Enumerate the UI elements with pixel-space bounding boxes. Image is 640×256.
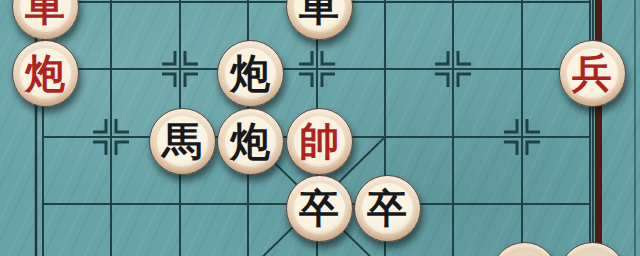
xiangqi-board: 車車炮炮兵馬炮帥卒卒 [0,0,640,256]
point-marker [322,74,335,87]
piece-red-soldier-i7[interactable]: 兵 [559,40,626,107]
point-marker [527,119,540,132]
point-marker [435,74,448,87]
point-marker [299,74,312,87]
piece-glyph: 卒 [367,188,407,228]
piece-red-cannon-a7[interactable]: 炮 [12,40,79,107]
piece-glyph: 車 [299,0,339,26]
piece-red-general-e8[interactable]: 帥 [286,108,353,175]
point-marker [185,74,198,87]
point-marker [185,51,198,64]
point-marker [504,119,517,132]
piece-black-soldier-e9[interactable]: 卒 [286,175,353,242]
point-marker [93,119,106,132]
piece-glyph: 馬 [162,121,202,161]
piece-glyph: 炮 [230,121,270,161]
piece-glyph: 帥 [299,121,339,161]
point-marker [322,51,335,64]
piece-glyph: 車 [25,0,65,26]
piece-black-cannon-d8[interactable]: 炮 [217,108,284,175]
point-marker [458,51,471,64]
point-marker [458,74,471,87]
point-marker [116,119,129,132]
piece-glyph: 炮 [230,53,270,93]
point-marker [93,142,106,155]
piece-black-cannon-d7[interactable]: 炮 [217,40,284,107]
piece-black-soldier-f9[interactable]: 卒 [354,175,421,242]
piece-glyph: 卒 [299,188,339,228]
point-marker [504,142,517,155]
piece-black-horse-c8[interactable]: 馬 [149,108,216,175]
point-marker [527,142,540,155]
point-marker [162,74,175,87]
point-marker [162,51,175,64]
point-marker [116,142,129,155]
right-frame-band [595,0,602,256]
piece-glyph: 炮 [25,53,65,93]
piece-glyph: 兵 [572,53,612,93]
point-marker [299,51,312,64]
point-marker [435,51,448,64]
